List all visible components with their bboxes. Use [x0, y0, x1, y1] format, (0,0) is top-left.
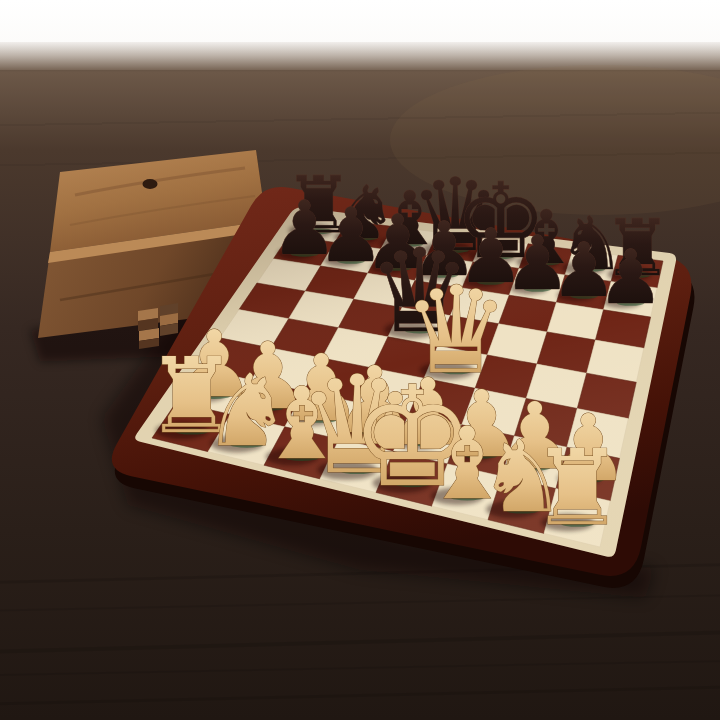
- scene-svg: ♜♞♝♛♚♝♞♜♟♟♟♟♟♟♟♟♛♛♟♟♟♟♟♟♟♟♜♞♝♛♚♝♞♜: [0, 0, 720, 720]
- scene: ♜♞♝♛♚♝♞♜♟♟♟♟♟♟♟♟♛♛♟♟♟♟♟♟♟♟♜♞♝♛♚♝♞♜: [0, 0, 720, 720]
- piece-black-pawn-h7[interactable]: ♟: [597, 234, 664, 321]
- box-thumb-hole: [143, 179, 158, 189]
- piece-white-rook-h1[interactable]: ♜: [531, 427, 624, 549]
